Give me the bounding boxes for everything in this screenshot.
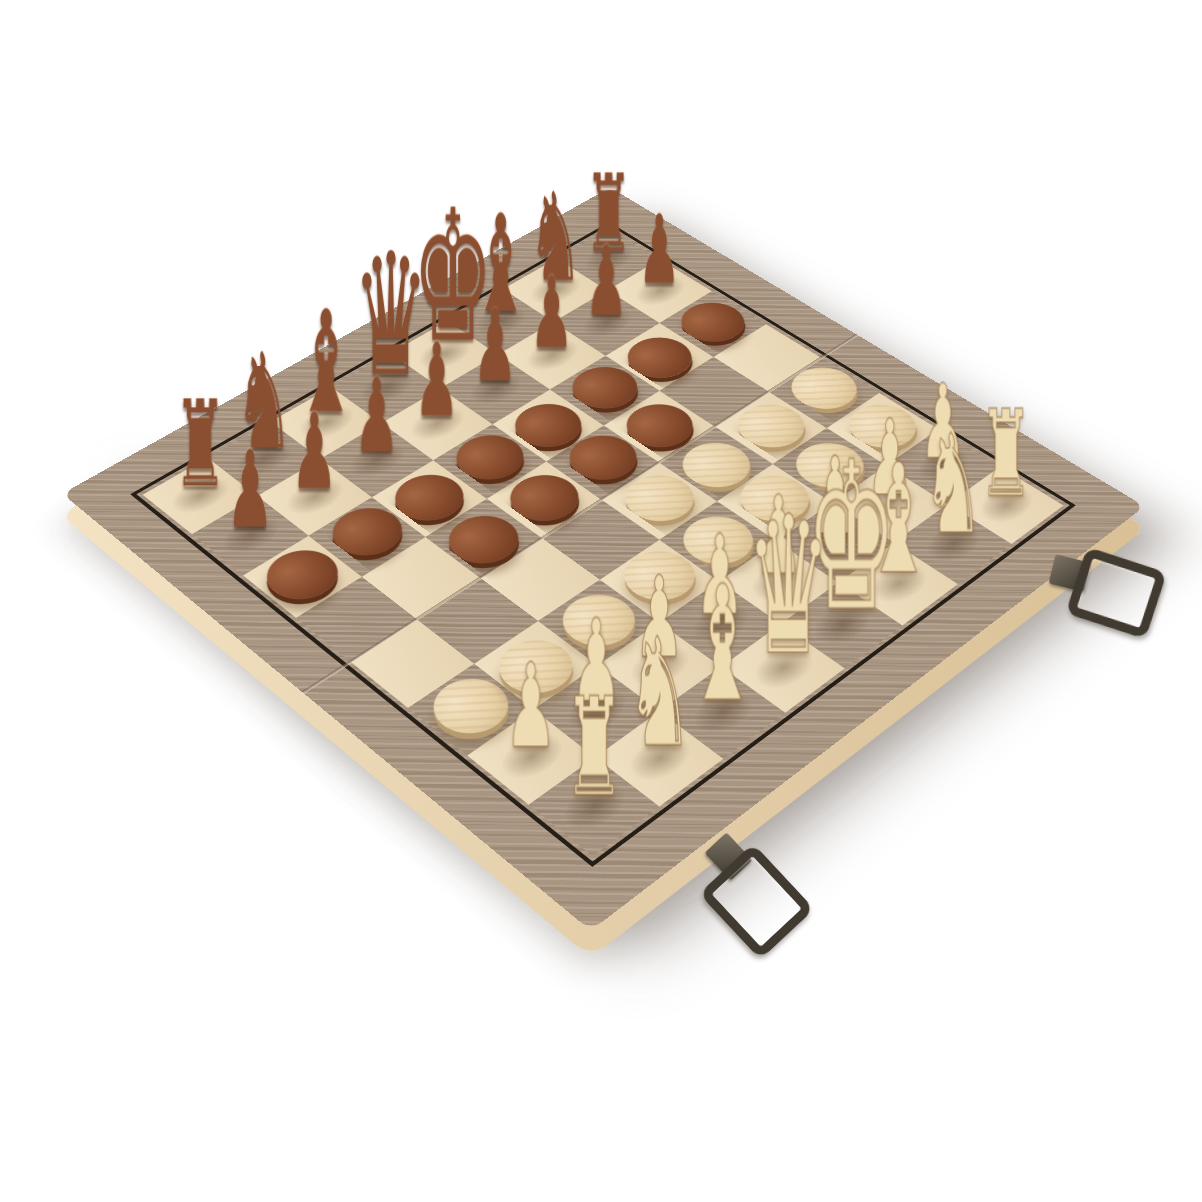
dark-pawn: ♟ (404, 338, 471, 424)
light-rook: ♜ (555, 690, 633, 805)
product-photo: ♜♞♝♛♚♝♞♜♟♟♟♟♟♟♟♟♟♟♟♟♟♟♟♟♜♞♝♛♚♝♞♜ (0, 0, 1202, 1202)
dark-pawn: ♟ (462, 304, 528, 389)
dark-pawn: ♟ (575, 240, 639, 322)
board-surface: ♜♞♝♛♚♝♞♜♟♟♟♟♟♟♟♟♟♟♟♟♟♟♟♟♜♞♝♛♚♝♞♜ (62, 187, 1145, 930)
chess-board: ♜♞♝♛♚♝♞♜♟♟♟♟♟♟♟♟♟♟♟♟♟♟♟♟♜♞♝♛♚♝♞♜ (62, 187, 1145, 930)
scene: ♜♞♝♛♚♝♞♜♟♟♟♟♟♟♟♟♟♟♟♟♟♟♟♟♜♞♝♛♚♝♞♜ (0, 0, 1202, 1202)
dark-pawn: ♟ (519, 272, 584, 355)
dark-pawn: ♟ (280, 408, 349, 497)
dark-pawn: ♟ (343, 372, 411, 459)
dark-pawn: ♟ (215, 445, 285, 535)
